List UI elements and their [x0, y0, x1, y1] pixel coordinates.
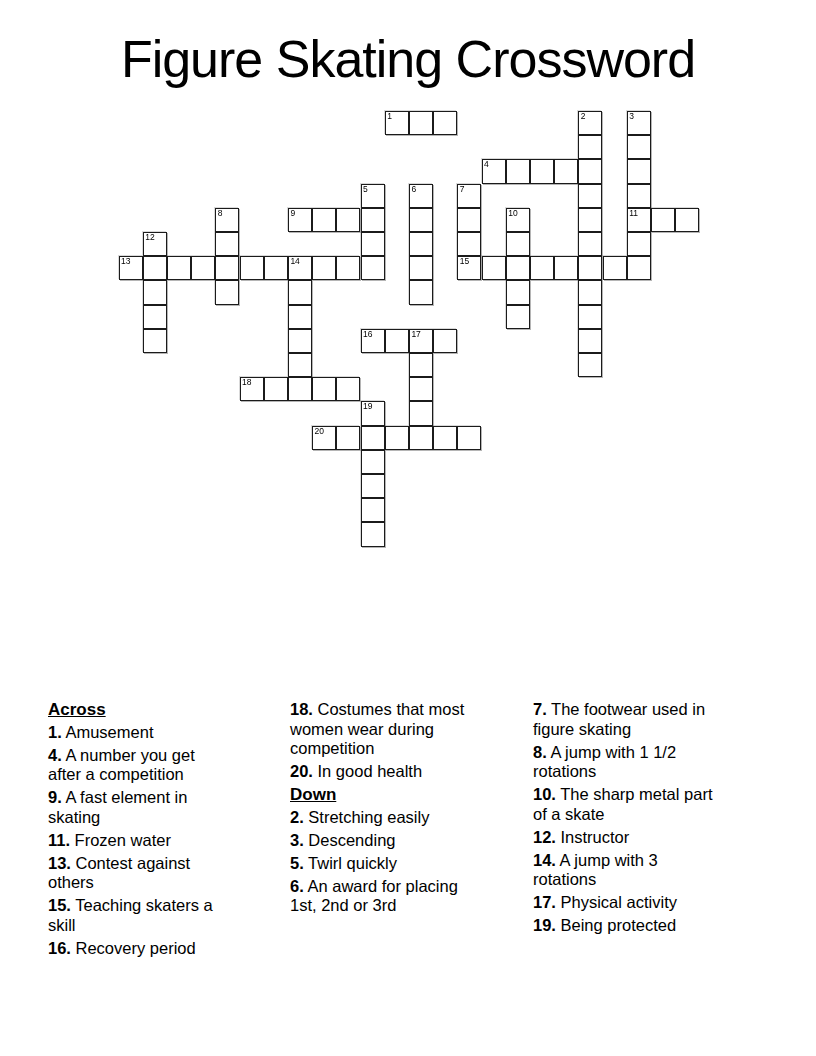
clue-column-3: 7. The footwear used in figure skating8.…	[533, 700, 725, 939]
grid-cell[interactable]	[554, 256, 578, 280]
grid-cell[interactable]	[312, 256, 336, 280]
grid-cell[interactable]	[167, 256, 191, 280]
clue-across-11: 11. Frozen water	[48, 831, 223, 851]
grid-cell[interactable]	[578, 353, 602, 377]
grid-cell[interactable]: 8	[215, 208, 239, 232]
cell-number: 4	[484, 160, 489, 170]
cell-number: 17	[411, 330, 420, 340]
grid-cell[interactable]: 14	[288, 256, 312, 280]
cell-number: 15	[460, 257, 469, 267]
clue-number: 5.	[290, 854, 304, 872]
grid-cell[interactable]	[675, 208, 699, 232]
grid-cell[interactable]	[409, 280, 433, 304]
cell-number: 16	[363, 330, 372, 340]
clue-number: 10.	[533, 785, 556, 803]
grid-cell[interactable]	[409, 256, 433, 280]
clue-number: 11.	[48, 831, 70, 849]
grid-cell[interactable]	[578, 135, 602, 159]
cell-number: 6	[411, 185, 416, 195]
grid-cell[interactable]	[361, 256, 385, 280]
grid-cell[interactable]	[409, 208, 433, 232]
clue-down-8: 8. A jump with 1 1/2 rotations	[533, 743, 725, 782]
clue-across-15: 15. Teaching skaters a skill	[48, 896, 223, 935]
cell-number: 14	[290, 257, 299, 267]
grid-cell[interactable]	[312, 377, 336, 401]
grid-cell[interactable]	[312, 208, 336, 232]
grid-cell[interactable]	[215, 256, 239, 280]
grid-cell[interactable]	[215, 280, 239, 304]
grid-cell[interactable]	[264, 377, 288, 401]
grid-cell[interactable]	[143, 280, 167, 304]
grid-cell[interactable]	[506, 159, 530, 183]
grid-cell[interactable]	[361, 450, 385, 474]
grid-cell[interactable]: 6	[409, 184, 433, 208]
grid-cell[interactable]	[433, 111, 457, 135]
clue-across-4: 4. A number you get after a competition	[48, 746, 223, 785]
clue-number: 18.	[290, 700, 313, 718]
grid-cell[interactable]: 12	[143, 232, 167, 256]
clue-across-16: 16. Recovery period	[48, 939, 223, 959]
grid-cell[interactable]	[506, 256, 530, 280]
clue-down-17: 17. Physical activity	[533, 893, 725, 913]
grid-cell[interactable]: 13	[119, 256, 143, 280]
grid-cell[interactable]	[361, 474, 385, 498]
cell-number: 18	[242, 378, 251, 388]
grid-cell[interactable]: 16	[361, 329, 385, 353]
grid-cell[interactable]	[627, 159, 651, 183]
clue-down-2: 2. Stretching easily	[290, 808, 475, 828]
grid-cell[interactable]	[409, 401, 433, 425]
clue-down-14: 14. A jump with 3 rotations	[533, 851, 725, 890]
grid-cell[interactable]	[578, 184, 602, 208]
grid-cell[interactable]	[288, 353, 312, 377]
cell-number: 20	[315, 427, 324, 437]
crossword-grid: 1234567891011121314151617181920	[0, 0, 816, 620]
clue-down-7: 7. The footwear used in figure skating	[533, 700, 725, 739]
grid-cell[interactable]	[336, 256, 360, 280]
clue-number: 19.	[533, 916, 556, 934]
grid-cell[interactable]	[627, 256, 651, 280]
grid-cell[interactable]	[409, 353, 433, 377]
clue-number: 4.	[48, 746, 62, 764]
grid-cell[interactable]	[457, 426, 481, 450]
cell-number: 7	[460, 185, 465, 195]
clue-number: 20.	[290, 762, 313, 780]
grid-cell[interactable]	[433, 426, 457, 450]
grid-cell[interactable]	[578, 159, 602, 183]
grid-cell[interactable]	[240, 256, 264, 280]
clue-number: 15.	[48, 896, 71, 914]
grid-cell[interactable]	[603, 256, 627, 280]
grid-cell[interactable]	[578, 256, 602, 280]
grid-cell[interactable]	[385, 426, 409, 450]
grid-cell[interactable]	[627, 184, 651, 208]
grid-cell[interactable]	[288, 305, 312, 329]
grid-cell[interactable]: 1	[385, 111, 409, 135]
clue-number: 16.	[48, 939, 71, 957]
grid-cell[interactable]	[651, 208, 675, 232]
grid-cell[interactable]	[457, 232, 481, 256]
grid-cell[interactable]: 18	[240, 377, 264, 401]
cell-number: 2	[581, 112, 586, 122]
cell-number: 11	[629, 209, 638, 219]
clue-number: 12.	[533, 828, 556, 846]
cell-number: 9	[290, 209, 295, 219]
clue-number: 2.	[290, 808, 304, 826]
cell-number: 1	[387, 112, 392, 122]
grid-cell[interactable]	[361, 232, 385, 256]
grid-cell[interactable]: 5	[361, 184, 385, 208]
clue-down-5: 5. Twirl quickly	[290, 854, 475, 874]
clue-down-3: 3. Descending	[290, 831, 475, 851]
grid-cell[interactable]	[530, 256, 554, 280]
grid-cell[interactable]	[288, 329, 312, 353]
grid-cell[interactable]	[627, 232, 651, 256]
grid-cell[interactable]	[506, 232, 530, 256]
clue-number: 8.	[533, 743, 547, 761]
clue-number: 6.	[290, 877, 304, 895]
grid-cell[interactable]: 11	[627, 208, 651, 232]
cell-number: 8	[218, 209, 223, 219]
grid-cell[interactable]: 7	[457, 184, 481, 208]
grid-cell[interactable]	[143, 256, 167, 280]
cell-number: 5	[363, 185, 368, 195]
across-heading: Across	[48, 700, 223, 720]
grid-cell[interactable]	[264, 256, 288, 280]
grid-cell[interactable]	[409, 111, 433, 135]
clue-down-19: 19. Being protected	[533, 916, 725, 936]
clue-across-1: 1. Amusement	[48, 723, 223, 743]
clue-number: 17.	[533, 893, 556, 911]
grid-cell[interactable]	[433, 329, 457, 353]
clue-across-20: 20. In good health	[290, 762, 475, 782]
grid-cell[interactable]: 3	[627, 111, 651, 135]
grid-cell[interactable]	[506, 280, 530, 304]
grid-cell[interactable]	[215, 232, 239, 256]
grid-cell[interactable]	[409, 232, 433, 256]
grid-cell[interactable]: 20	[312, 426, 336, 450]
grid-cell[interactable]	[143, 329, 167, 353]
grid-cell[interactable]	[530, 159, 554, 183]
grid-cell[interactable]: 2	[578, 111, 602, 135]
grid-cell[interactable]	[457, 208, 481, 232]
grid-cell[interactable]: 10	[506, 208, 530, 232]
grid-cell[interactable]	[506, 305, 530, 329]
clue-down-12: 12. Instructor	[533, 828, 725, 848]
grid-cell[interactable]	[143, 305, 167, 329]
grid-cell[interactable]	[288, 280, 312, 304]
grid-cell[interactable]	[288, 377, 312, 401]
worksheet-page: Figure Skating Crossword 123456789101112…	[0, 0, 816, 1056]
grid-cell[interactable]	[578, 305, 602, 329]
clue-across-18: 18. Costumes that most women wear during…	[290, 700, 475, 759]
grid-cell[interactable]	[409, 426, 433, 450]
grid-cell[interactable]	[578, 329, 602, 353]
clue-number: 3.	[290, 831, 304, 849]
cell-number: 12	[145, 233, 154, 243]
clue-number: 7.	[533, 700, 547, 718]
cell-number: 10	[508, 209, 517, 219]
grid-cell[interactable]	[361, 522, 385, 546]
grid-cell[interactable]	[191, 256, 215, 280]
grid-cell[interactable]	[578, 208, 602, 232]
clue-across-9: 9. A fast element in skating	[48, 788, 223, 827]
grid-cell[interactable]	[627, 135, 651, 159]
clue-across-13: 13. Contest against others	[48, 854, 223, 893]
grid-cell[interactable]	[336, 377, 360, 401]
clue-number: 1.	[48, 723, 62, 741]
grid-cell[interactable]	[409, 377, 433, 401]
grid-cell[interactable]	[336, 426, 360, 450]
grid-cell[interactable]: 19	[361, 401, 385, 425]
grid-cell[interactable]	[336, 208, 360, 232]
grid-cell[interactable]	[482, 256, 506, 280]
grid-cell[interactable]	[361, 208, 385, 232]
down-heading: Down	[290, 785, 475, 805]
clue-number: 9.	[48, 788, 62, 806]
clue-number: 14.	[533, 851, 556, 869]
clue-column-1: Across1. Amusement4. A number you get af…	[48, 700, 223, 962]
grid-cell[interactable]	[361, 498, 385, 522]
clue-down-6: 6. An award for placing 1st, 2nd or 3rd	[290, 877, 475, 916]
grid-cell[interactable]: 9	[288, 208, 312, 232]
grid-cell[interactable]	[361, 426, 385, 450]
grid-cell[interactable]	[578, 232, 602, 256]
cell-number: 13	[121, 257, 130, 267]
clue-column-2: 18. Costumes that most women wear during…	[290, 700, 475, 919]
clue-down-10: 10. The sharp metal part of a skate	[533, 785, 725, 824]
grid-cell[interactable]	[578, 280, 602, 304]
cell-number: 19	[363, 402, 372, 412]
grid-cell[interactable]: 17	[409, 329, 433, 353]
grid-cell[interactable]: 4	[482, 159, 506, 183]
clue-number: 13.	[48, 854, 71, 872]
grid-cell[interactable]	[385, 329, 409, 353]
grid-cell[interactable]	[554, 159, 578, 183]
cell-number: 3	[629, 112, 634, 122]
grid-cell[interactable]: 15	[457, 256, 481, 280]
